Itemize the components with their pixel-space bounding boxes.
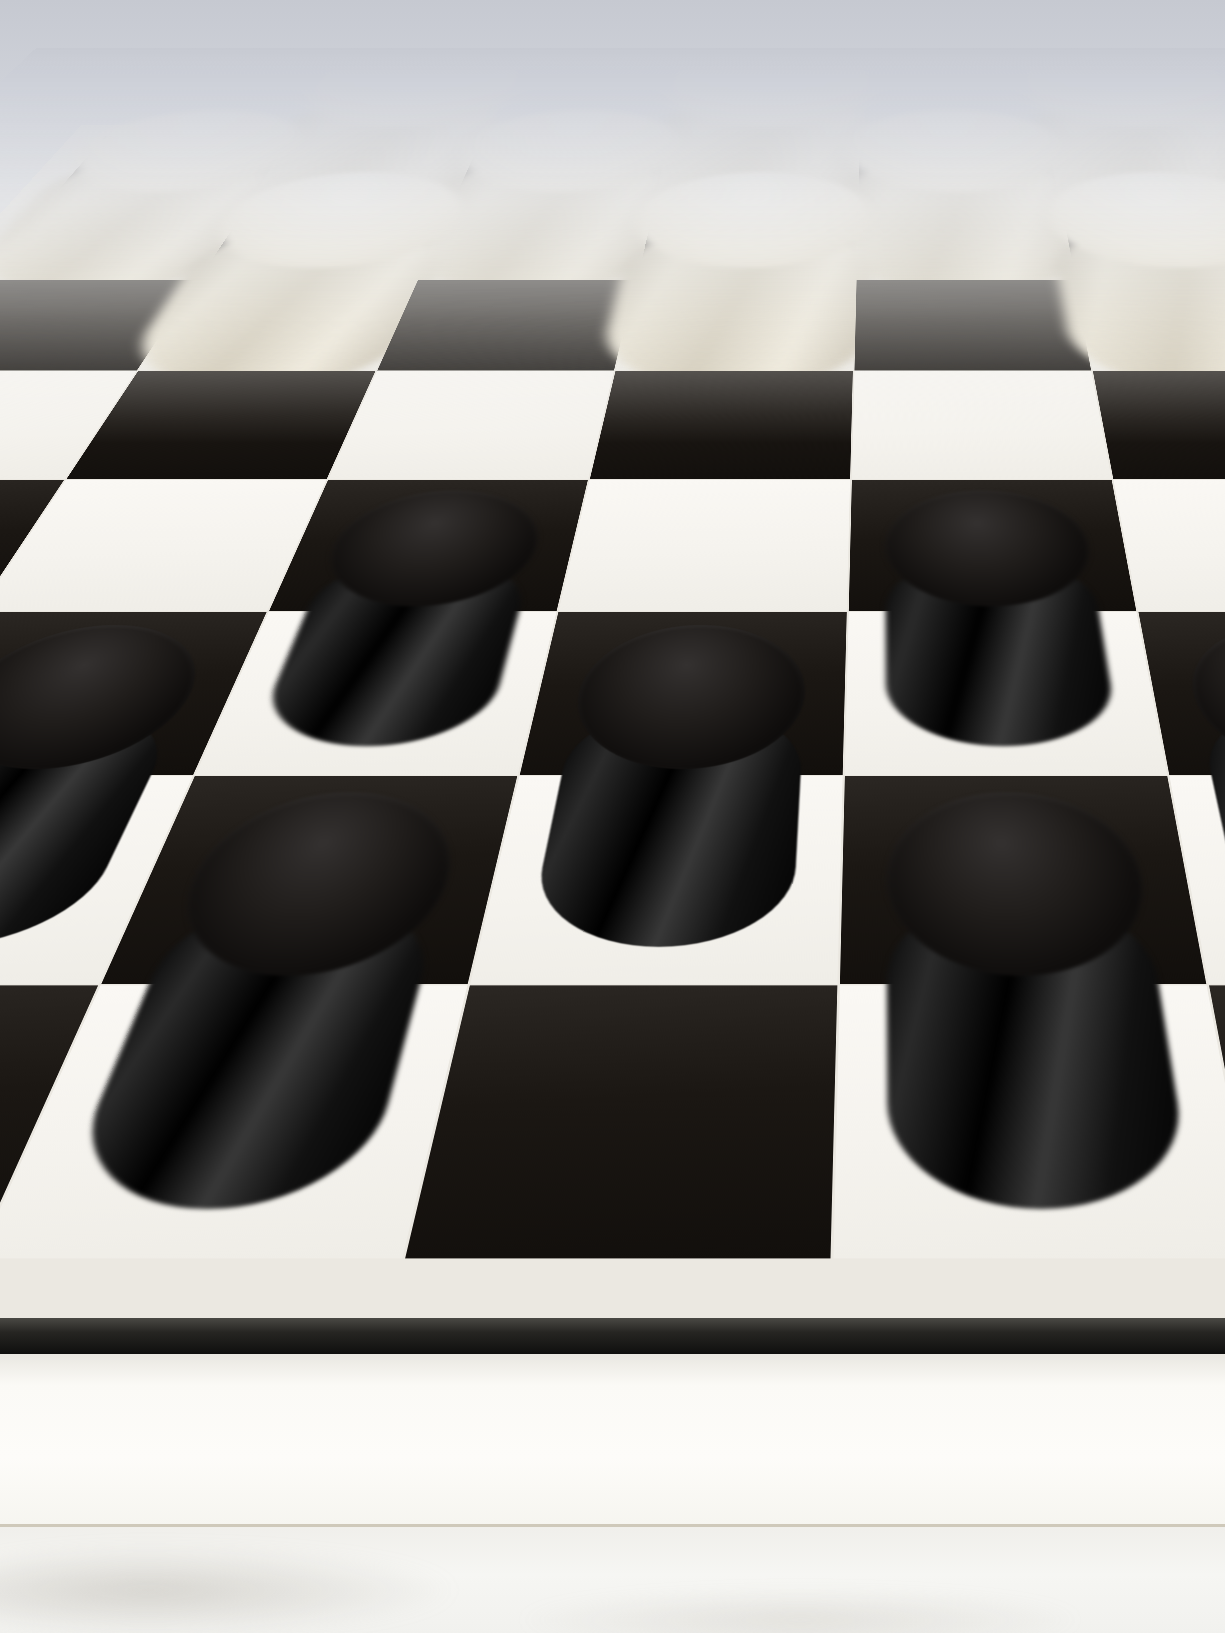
black-man-glyph: ⛂ bbox=[837, 985, 1223, 1076]
square-r4c3 bbox=[328, 371, 614, 479]
square-r8c5: ⛂ bbox=[833, 985, 1225, 1258]
white-man-glyph: ⛀ bbox=[1048, 136, 1225, 159]
black-man-glyph: ⛂ bbox=[0, 776, 192, 846]
square-r2c3: ⛀ bbox=[418, 203, 654, 280]
square-r4c5 bbox=[852, 371, 1112, 479]
square-r3c5 bbox=[854, 280, 1091, 370]
checkers-board: ⛀⛀⛀⛀⛀⛀⛀⛀⛀⛀⛀⛀⛂⛂⛂⛂⛂⛂⛂⛂⛂⛂⛂⛂ bbox=[0, 125, 1225, 1318]
square-r2c6 bbox=[1061, 203, 1225, 280]
square-r7c5 bbox=[840, 776, 1207, 983]
black-man-glyph: ⛂ bbox=[243, 612, 556, 667]
white-checker-piece: ⛀ bbox=[616, 280, 855, 370]
square-r6c4 bbox=[520, 612, 847, 775]
white-checker-piece: ⛀ bbox=[1048, 136, 1225, 202]
square-r2c4 bbox=[637, 203, 857, 280]
square-r3c6: ⛀ bbox=[1076, 280, 1225, 370]
black-man-glyph: ⛂ bbox=[60, 985, 468, 1076]
white-man-glyph: ⛀ bbox=[1076, 280, 1225, 311]
white-man-glyph: ⛀ bbox=[441, 203, 654, 230]
square-r5c4 bbox=[559, 480, 850, 611]
checkers-photo-scene: ⛀⛀⛀⛀⛀⛀⛀⛀⛀⛀⛀⛀⛂⛂⛂⛂⛂⛂⛂⛂⛂⛂⛂⛂ bbox=[0, 0, 1225, 1633]
piece-top-face bbox=[285, 55, 531, 127]
square-r4c6 bbox=[1093, 371, 1225, 479]
white-checker-piece: ⛀ bbox=[418, 203, 654, 280]
white-checker-piece: ⛀ bbox=[1076, 280, 1225, 370]
black-checker-piece: ⛂ bbox=[845, 612, 1167, 775]
square-r3c3 bbox=[377, 280, 635, 370]
black-man-glyph: ⛂ bbox=[503, 776, 842, 846]
square-r1c5 bbox=[858, 136, 1059, 202]
board-grid: ⛀⛀⛀⛀⛀⛀⛀⛀⛀⛀⛀⛀⛂⛂⛂⛂⛂⛂⛂⛂⛂⛂⛂⛂ bbox=[0, 125, 1225, 1318]
black-man-glyph: ⛂ bbox=[847, 612, 1147, 667]
square-r1c4: ⛀ bbox=[656, 136, 859, 202]
black-checker-piece: ⛂ bbox=[470, 776, 842, 983]
board-front-edge bbox=[0, 1318, 1225, 1354]
white-man-glyph: ⛀ bbox=[24, 203, 249, 230]
black-checker-piece: ⛂ bbox=[833, 985, 1225, 1258]
board-white-margin bbox=[0, 1354, 1225, 1526]
piece-top-face bbox=[659, 55, 875, 127]
piece-top-face bbox=[1019, 55, 1225, 127]
square-r1c3 bbox=[453, 136, 670, 202]
white-man-glyph: ⛀ bbox=[666, 136, 859, 159]
white-man-glyph: ⛀ bbox=[178, 280, 417, 311]
square-r1c6: ⛀ bbox=[1048, 136, 1225, 202]
white-man-glyph: ⛀ bbox=[630, 280, 855, 311]
piece-side bbox=[636, 92, 874, 216]
square-r8c4 bbox=[405, 985, 837, 1258]
white-man-glyph: ⛀ bbox=[858, 203, 1065, 230]
square-r5c5 bbox=[848, 480, 1136, 611]
square-r4c4 bbox=[590, 371, 853, 479]
square-r2c5: ⛀ bbox=[856, 203, 1074, 280]
square-r6c5: ⛂ bbox=[845, 612, 1167, 775]
white-checker-piece: ⛀ bbox=[856, 203, 1074, 280]
white-man-glyph: ⛀ bbox=[279, 136, 482, 159]
square-r3c4: ⛀ bbox=[616, 280, 855, 370]
white-checker-piece: ⛀ bbox=[656, 136, 859, 202]
square-r7c4: ⛂ bbox=[470, 776, 842, 983]
